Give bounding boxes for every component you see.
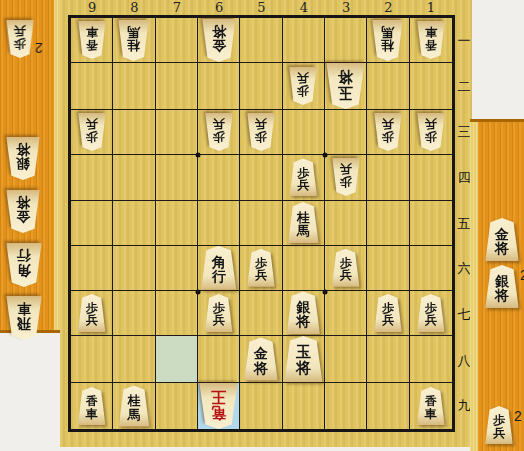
piece-kanji: 金将 (6, 190, 40, 233)
square-4-7[interactable]: 銀将 (283, 291, 325, 336)
sente-pawn-piece[interactable]: 歩兵 (247, 249, 275, 287)
square-1-9[interactable]: 香車 (410, 383, 452, 429)
sente-hand-gold[interactable]: 金将 (485, 218, 519, 261)
sente-pawn-piece[interactable]: 歩兵 (78, 294, 106, 332)
square-7-4[interactable] (156, 155, 198, 200)
gote-knight-piece[interactable]: 桂馬 (372, 20, 403, 61)
piece-kanji: 銀将 (286, 291, 320, 334)
shogi-app: 2歩兵銀将金将角行飛車 987654321 一二三四五六七八九 香車桂馬金将桂馬… (0, 0, 524, 451)
piece-kanji: 玉将 (284, 336, 323, 382)
square-1-5[interactable] (410, 201, 452, 246)
piece-kanji: 桂馬 (118, 386, 149, 427)
sente-gold-piece[interactable]: 金将 (6, 190, 40, 233)
square-5-5[interactable] (240, 201, 282, 246)
square-1-6[interactable] (410, 246, 452, 291)
square-3-6[interactable]: 歩兵 (325, 246, 367, 291)
sente-bishop-piece[interactable]: 角行 (6, 243, 42, 287)
square-3-5[interactable] (325, 201, 367, 246)
gote-gold-piece[interactable]: 金将 (202, 19, 236, 62)
piece-kanji: 歩兵 (332, 158, 360, 196)
sente-silver-piece[interactable]: 銀将 (286, 291, 320, 334)
square-3-7[interactable] (325, 291, 367, 336)
gote-lance-piece[interactable]: 香車 (417, 21, 445, 59)
sente-silver-piece[interactable]: 銀将 (485, 265, 519, 308)
square-9-3[interactable]: 歩兵 (71, 110, 113, 155)
square-9-2[interactable] (71, 63, 113, 110)
sente-pawn-piece[interactable]: 歩兵 (205, 294, 233, 332)
square-6-4[interactable] (198, 155, 240, 200)
sente-rook-piece[interactable]: 飛車 (6, 296, 42, 340)
square-5-8[interactable]: 金将 (240, 336, 282, 383)
square-6-5[interactable] (198, 201, 240, 246)
file-label-6: 6 (198, 0, 240, 15)
square-1-8[interactable] (410, 336, 452, 383)
rank-label-1: 一 (456, 18, 472, 64)
square-6-6[interactable]: 角行 (198, 246, 240, 291)
square-9-1[interactable]: 香車 (71, 18, 113, 63)
square-1-1[interactable]: 香車 (410, 18, 452, 63)
piece-kanji: 角行 (201, 246, 237, 290)
square-7-5[interactable] (156, 201, 198, 246)
hand-count: 2 (514, 408, 522, 424)
sente-pawn-piece[interactable]: 歩兵 (485, 406, 513, 444)
sente-bishop-piece[interactable]: 角行 (201, 246, 237, 290)
square-2-8[interactable] (367, 336, 409, 383)
piece-kanji: 角行 (6, 243, 42, 287)
square-5-2[interactable] (240, 63, 282, 110)
piece-kanji: 金将 (202, 19, 236, 62)
square-1-7[interactable]: 歩兵 (410, 291, 452, 336)
square-2-3[interactable]: 歩兵 (367, 110, 409, 155)
sente-knight-piece[interactable]: 桂馬 (288, 202, 319, 243)
square-2-2[interactable] (367, 63, 409, 110)
gote-hand-tray: 2歩兵銀将金将角行飛車 (0, 0, 62, 333)
sente-gold-piece[interactable]: 金将 (485, 218, 519, 261)
square-7-6[interactable] (156, 246, 198, 291)
square-5-7[interactable] (240, 291, 282, 336)
square-6-3[interactable]: 歩兵 (198, 110, 240, 155)
square-4-1[interactable] (283, 18, 325, 63)
piece-kanji: 歩兵 (374, 113, 402, 151)
square-7-2[interactable] (156, 63, 198, 110)
square-3-4[interactable]: 歩兵 (325, 155, 367, 200)
square-9-7[interactable]: 歩兵 (71, 291, 113, 336)
square-7-8[interactable] (156, 336, 198, 383)
piece-kanji: 香車 (417, 21, 445, 59)
sente-knight-piece[interactable]: 桂馬 (118, 386, 149, 427)
file-labels: 987654321 (71, 0, 452, 15)
file-label-8: 8 (113, 0, 155, 15)
square-2-6[interactable] (367, 246, 409, 291)
piece-kanji: 桂馬 (288, 202, 319, 243)
square-7-1[interactable] (156, 18, 198, 63)
square-6-7[interactable]: 歩兵 (198, 291, 240, 336)
gote-pawn-piece[interactable]: 歩兵 (332, 158, 360, 196)
gote-hand-rook[interactable]: 飛車 (6, 296, 42, 340)
gote-pawn-piece[interactable]: 歩兵 (374, 113, 402, 151)
piece-kanji: 歩兵 (417, 113, 445, 151)
square-4-4[interactable]: 歩兵 (283, 155, 325, 200)
square-6-1[interactable]: 金将 (198, 18, 240, 63)
sente-pawn-piece[interactable]: 歩兵 (6, 20, 34, 58)
square-8-3[interactable] (113, 110, 155, 155)
piece-kanji: 香車 (78, 21, 106, 59)
square-6-2[interactable] (198, 63, 240, 110)
square-3-2[interactable]: 玉将 (325, 63, 367, 110)
square-3-9[interactable] (325, 383, 367, 429)
board-panel: 987654321 一二三四五六七八九 香車桂馬金将桂馬香車歩兵玉将歩兵歩兵歩兵… (60, 0, 472, 447)
rank-label-2: 二 (456, 64, 472, 110)
gote-hand-silver[interactable]: 銀将 (6, 137, 40, 180)
piece-kanji: 銀将 (6, 137, 40, 180)
square-8-9[interactable]: 桂馬 (113, 383, 155, 429)
square-8-1[interactable]: 桂馬 (113, 18, 155, 63)
file-label-7: 7 (156, 0, 198, 15)
sente-silver-piece[interactable]: 銀将 (6, 137, 40, 180)
square-2-4[interactable] (367, 155, 409, 200)
square-9-8[interactable] (71, 336, 113, 383)
file-label-9: 9 (71, 0, 113, 15)
sente-pawn-piece[interactable]: 歩兵 (332, 249, 360, 287)
square-9-6[interactable] (71, 246, 113, 291)
square-4-6[interactable] (283, 246, 325, 291)
piece-kanji: 歩兵 (247, 113, 275, 151)
square-4-8[interactable]: 玉将 (283, 336, 325, 383)
piece-kanji: 桂馬 (372, 20, 403, 61)
hand-count: 2 (35, 40, 43, 56)
piece-kanji: 玉将 (326, 63, 365, 109)
sente-hand-silver[interactable]: 銀将2 (485, 265, 524, 308)
piece-kanji: 歩兵 (205, 294, 233, 332)
piece-kanji: 歩兵 (417, 294, 445, 332)
square-2-1[interactable]: 桂馬 (367, 18, 409, 63)
square-8-5[interactable] (113, 201, 155, 246)
square-7-7[interactable] (156, 291, 198, 336)
square-3-3[interactable] (325, 110, 367, 155)
shogi-board: 香車桂馬金将桂馬香車歩兵玉将歩兵歩兵歩兵歩兵歩兵歩兵歩兵桂馬角行歩兵歩兵歩兵歩兵… (68, 15, 455, 432)
sente-lance-piece[interactable]: 香車 (417, 387, 445, 425)
piece-kanji: 金将 (485, 218, 519, 261)
sente-king-piece[interactable]: 玉将 (284, 336, 323, 382)
piece-kanji: 飛車 (6, 296, 42, 340)
gote-pawn-piece[interactable]: 歩兵 (247, 113, 275, 151)
piece-kanji: 銀将 (485, 265, 519, 308)
sente-lance-piece[interactable]: 香車 (78, 387, 106, 425)
sente-hand-pawn[interactable]: 歩兵2 (485, 406, 523, 444)
piece-kanji: 歩兵 (289, 158, 317, 196)
piece-kanji: 香車 (417, 387, 445, 425)
square-5-3[interactable]: 歩兵 (240, 110, 282, 155)
square-2-7[interactable]: 歩兵 (367, 291, 409, 336)
square-8-2[interactable] (113, 63, 155, 110)
piece-kanji: 歩兵 (374, 294, 402, 332)
gote-hand-gold[interactable]: 金将 (6, 190, 40, 233)
square-4-9[interactable] (283, 383, 325, 429)
piece-kanji: 歩兵 (205, 113, 233, 151)
square-1-2[interactable] (410, 63, 452, 110)
gote-king-piece[interactable]: 玉将 (326, 63, 365, 109)
square-7-3[interactable] (156, 110, 198, 155)
sente-hand-tray: 金将銀将2歩兵2 (470, 119, 524, 451)
square-5-9[interactable] (240, 383, 282, 429)
square-8-6[interactable] (113, 246, 155, 291)
square-9-5[interactable] (71, 201, 113, 246)
piece-kanji: 歩兵 (247, 249, 275, 287)
square-9-9[interactable]: 香車 (71, 383, 113, 429)
piece-kanji: 歩兵 (6, 20, 34, 58)
square-2-9[interactable] (367, 383, 409, 429)
gote-pawn-piece[interactable]: 歩兵 (205, 113, 233, 151)
piece-kanji: 竜王 (199, 383, 238, 429)
piece-kanji: 歩兵 (289, 67, 317, 105)
file-label-2: 2 (367, 0, 409, 15)
hand-count: 2 (520, 267, 524, 283)
square-8-7[interactable] (113, 291, 155, 336)
gote-pawn-piece[interactable]: 歩兵 (78, 113, 106, 151)
file-label-4: 4 (283, 0, 325, 15)
piece-kanji: 金将 (244, 338, 278, 381)
piece-kanji: 歩兵 (485, 406, 513, 444)
square-6-9[interactable]: 竜王 (198, 383, 240, 429)
gote-hand-pawn[interactable]: 2歩兵 (6, 20, 44, 58)
square-5-1[interactable] (240, 18, 282, 63)
square-3-8[interactable] (325, 336, 367, 383)
file-label-3: 3 (325, 0, 367, 15)
piece-kanji: 歩兵 (78, 294, 106, 332)
file-label-1: 1 (410, 0, 452, 15)
square-7-9[interactable] (156, 383, 198, 429)
piece-kanji: 桂馬 (118, 20, 149, 61)
piece-kanji: 歩兵 (332, 249, 360, 287)
square-1-3[interactable]: 歩兵 (410, 110, 452, 155)
square-4-3[interactable] (283, 110, 325, 155)
square-4-5[interactable]: 桂馬 (283, 201, 325, 246)
file-label-5: 5 (240, 0, 282, 15)
square-3-1[interactable] (325, 18, 367, 63)
gote-pawn-piece[interactable]: 歩兵 (417, 113, 445, 151)
square-4-2[interactable]: 歩兵 (283, 63, 325, 110)
sente-gold-piece[interactable]: 金将 (244, 338, 278, 381)
piece-kanji: 歩兵 (78, 113, 106, 151)
gote-knight-piece[interactable]: 桂馬 (118, 20, 149, 61)
square-1-4[interactable] (410, 155, 452, 200)
sente-pawn-piece[interactable]: 歩兵 (289, 158, 317, 196)
square-2-5[interactable] (367, 201, 409, 246)
square-6-8[interactable] (198, 336, 240, 383)
piece-kanji: 香車 (78, 387, 106, 425)
sente-pawn-piece[interactable]: 歩兵 (417, 294, 445, 332)
gote-hand-bishop[interactable]: 角行 (6, 243, 42, 287)
gote-dragon-piece[interactable]: 竜王 (199, 383, 238, 429)
square-8-4[interactable] (113, 155, 155, 200)
gote-lance-piece[interactable]: 香車 (78, 21, 106, 59)
square-5-4[interactable] (240, 155, 282, 200)
gote-pawn-piece[interactable]: 歩兵 (289, 67, 317, 105)
square-8-8[interactable] (113, 336, 155, 383)
sente-pawn-piece[interactable]: 歩兵 (374, 294, 402, 332)
square-9-4[interactable] (71, 155, 113, 200)
square-5-6[interactable]: 歩兵 (240, 246, 282, 291)
